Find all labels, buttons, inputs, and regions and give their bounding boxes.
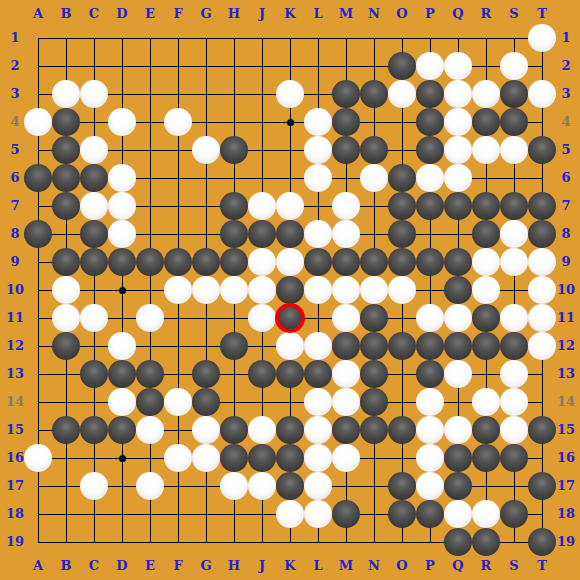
coordinate-label: F: [168, 6, 188, 22]
stone-black-M9: [332, 248, 360, 276]
coordinate-label: 9: [3, 254, 27, 270]
stone-black-P3: [416, 80, 444, 108]
stone-white-T9: [528, 248, 556, 276]
stone-white-F10: [164, 276, 192, 304]
stone-white-Q5: [444, 136, 472, 164]
coordinate-label: E: [140, 558, 160, 574]
stone-black-O17: [388, 472, 416, 500]
coordinate-label: 14: [3, 394, 27, 410]
stone-black-C8: [80, 220, 108, 248]
stone-black-H16: [220, 444, 248, 472]
stone-black-O8: [388, 220, 416, 248]
stone-white-L17: [304, 472, 332, 500]
stone-black-H5: [220, 136, 248, 164]
coordinate-label: 5: [554, 142, 578, 158]
stone-black-K13: [276, 360, 304, 388]
coordinate-label: 19: [554, 534, 578, 550]
coordinate-label: S: [504, 558, 524, 574]
stone-white-R14: [472, 388, 500, 416]
stone-white-G10: [192, 276, 220, 304]
stone-black-P12: [416, 332, 444, 360]
stone-black-E14: [136, 388, 164, 416]
coordinate-label: 7: [554, 198, 578, 214]
stone-black-B15: [52, 416, 80, 444]
stone-white-M13: [332, 360, 360, 388]
stone-white-A16: [24, 444, 52, 472]
stone-white-T3: [528, 80, 556, 108]
coordinate-label: R: [476, 6, 496, 22]
stone-white-O10: [388, 276, 416, 304]
stone-black-H8: [220, 220, 248, 248]
stone-black-C13: [80, 360, 108, 388]
stone-white-S11: [500, 304, 528, 332]
stone-white-K3: [276, 80, 304, 108]
stone-black-B12: [52, 332, 80, 360]
stone-black-K16: [276, 444, 304, 472]
stone-black-N12: [360, 332, 388, 360]
coordinate-label: E: [140, 6, 160, 22]
stone-white-R18: [472, 500, 500, 528]
stone-black-R15: [472, 416, 500, 444]
coordinate-label: C: [84, 6, 104, 22]
stone-black-P18: [416, 500, 444, 528]
stone-white-L8: [304, 220, 332, 248]
stone-white-J11: [248, 304, 276, 332]
stone-white-Q4: [444, 108, 472, 136]
stone-white-S5: [500, 136, 528, 164]
stone-black-E13: [136, 360, 164, 388]
stone-white-T11: [528, 304, 556, 332]
coordinate-label: 12: [554, 338, 578, 354]
stone-white-B11: [52, 304, 80, 332]
stone-white-Q15: [444, 416, 472, 444]
stone-white-F14: [164, 388, 192, 416]
stone-black-A6: [24, 164, 52, 192]
coordinate-label: 2: [554, 58, 578, 74]
coordinate-label: T: [532, 558, 552, 574]
stone-white-R10: [472, 276, 500, 304]
coordinate-label: R: [476, 558, 496, 574]
stone-white-L14: [304, 388, 332, 416]
stone-black-S12: [500, 332, 528, 360]
coordinate-label: 10: [3, 282, 27, 298]
stone-white-J17: [248, 472, 276, 500]
stone-black-L13: [304, 360, 332, 388]
stone-white-M10: [332, 276, 360, 304]
coordinate-label: 15: [554, 422, 578, 438]
stone-black-S4: [500, 108, 528, 136]
stone-white-B10: [52, 276, 80, 304]
stone-white-D4: [108, 108, 136, 136]
stone-black-T19: [528, 528, 556, 556]
stone-white-A4: [24, 108, 52, 136]
stone-black-D9: [108, 248, 136, 276]
coordinate-label: 18: [3, 506, 27, 522]
stone-white-C7: [80, 192, 108, 220]
stone-white-P15: [416, 416, 444, 444]
stone-white-R3: [472, 80, 500, 108]
stone-white-P16: [416, 444, 444, 472]
stone-black-R7: [472, 192, 500, 220]
stone-white-Q13: [444, 360, 472, 388]
stone-black-N5: [360, 136, 388, 164]
stone-black-K15: [276, 416, 304, 444]
stone-white-L16: [304, 444, 332, 472]
coordinate-label: 11: [554, 310, 578, 326]
coordinate-label: P: [420, 6, 440, 22]
stone-white-L6: [304, 164, 332, 192]
stone-black-R12: [472, 332, 500, 360]
coordinate-label: 16: [554, 450, 578, 466]
stone-black-E9: [136, 248, 164, 276]
stone-white-P11: [416, 304, 444, 332]
stone-black-R8: [472, 220, 500, 248]
coordinate-label: 12: [3, 338, 27, 354]
stone-white-M16: [332, 444, 360, 472]
stone-black-O7: [388, 192, 416, 220]
stone-white-S14: [500, 388, 528, 416]
stone-black-F9: [164, 248, 192, 276]
stone-black-Q9: [444, 248, 472, 276]
coordinate-label: N: [364, 558, 384, 574]
coordinate-label: A: [28, 558, 48, 574]
coordinate-label: 17: [554, 478, 578, 494]
coordinate-label: 17: [3, 478, 27, 494]
coordinate-label: K: [280, 6, 300, 22]
stone-black-S7: [500, 192, 528, 220]
stone-white-S9: [500, 248, 528, 276]
stone-white-K7: [276, 192, 304, 220]
stone-white-Q11: [444, 304, 472, 332]
star-point: [119, 287, 126, 294]
coordinate-label: L: [308, 558, 328, 574]
stone-black-P9: [416, 248, 444, 276]
stone-white-M14: [332, 388, 360, 416]
stone-white-S13: [500, 360, 528, 388]
stone-black-S18: [500, 500, 528, 528]
coordinate-label: 9: [554, 254, 578, 270]
coordinate-label: 5: [3, 142, 27, 158]
stone-black-O2: [388, 52, 416, 80]
stone-black-G13: [192, 360, 220, 388]
stone-white-R5: [472, 136, 500, 164]
stone-white-L12: [304, 332, 332, 360]
stone-black-O12: [388, 332, 416, 360]
stone-black-M15: [332, 416, 360, 444]
coordinate-label: L: [308, 6, 328, 22]
stone-white-H10: [220, 276, 248, 304]
stone-black-J8: [248, 220, 276, 248]
coordinate-label: J: [252, 6, 272, 22]
stone-black-S3: [500, 80, 528, 108]
stone-black-C15: [80, 416, 108, 444]
last-move-marker: [275, 303, 305, 333]
stone-white-P17: [416, 472, 444, 500]
stone-white-K18: [276, 500, 304, 528]
coordinate-label: 4: [554, 114, 578, 130]
stone-black-R16: [472, 444, 500, 472]
stone-white-D7: [108, 192, 136, 220]
stone-black-T17: [528, 472, 556, 500]
stone-black-K10: [276, 276, 304, 304]
stone-white-J10: [248, 276, 276, 304]
stone-black-M3: [332, 80, 360, 108]
stone-white-C5: [80, 136, 108, 164]
stone-black-C9: [80, 248, 108, 276]
coordinate-label: A: [28, 6, 48, 22]
stone-black-O15: [388, 416, 416, 444]
coordinate-label: G: [196, 558, 216, 574]
stone-black-O9: [388, 248, 416, 276]
stone-white-N6: [360, 164, 388, 192]
stone-white-C17: [80, 472, 108, 500]
stone-black-N9: [360, 248, 388, 276]
stone-black-P13: [416, 360, 444, 388]
stone-white-D6: [108, 164, 136, 192]
stone-white-S15: [500, 416, 528, 444]
stone-white-L10: [304, 276, 332, 304]
stone-white-Q6: [444, 164, 472, 192]
stone-black-R11: [472, 304, 500, 332]
stone-white-Q2: [444, 52, 472, 80]
stone-black-Q10: [444, 276, 472, 304]
coordinate-label: 11: [3, 310, 27, 326]
stone-white-F4: [164, 108, 192, 136]
coordinate-label: 2: [3, 58, 27, 74]
coordinate-label: D: [112, 6, 132, 22]
coordinate-label: K: [280, 558, 300, 574]
stone-white-M7: [332, 192, 360, 220]
stone-black-T8: [528, 220, 556, 248]
coordinate-label: 6: [554, 170, 578, 186]
coordinate-label: Q: [448, 558, 468, 574]
stone-white-P6: [416, 164, 444, 192]
stone-white-N10: [360, 276, 388, 304]
stone-white-T1: [528, 24, 556, 52]
stone-black-H9: [220, 248, 248, 276]
coordinate-label: 15: [3, 422, 27, 438]
star-point: [119, 455, 126, 462]
stone-white-L15: [304, 416, 332, 444]
stone-black-N14: [360, 388, 388, 416]
stone-black-P4: [416, 108, 444, 136]
stone-white-O3: [388, 80, 416, 108]
stone-black-N11: [360, 304, 388, 332]
stone-black-T15: [528, 416, 556, 444]
coordinate-label: N: [364, 6, 384, 22]
stone-black-Q12: [444, 332, 472, 360]
stone-white-G16: [192, 444, 220, 472]
stone-white-L18: [304, 500, 332, 528]
coordinate-label: 13: [554, 366, 578, 382]
stone-black-K17: [276, 472, 304, 500]
coordinate-label: O: [392, 558, 412, 574]
stone-black-A8: [24, 220, 52, 248]
stone-white-G5: [192, 136, 220, 164]
coordinate-label: 10: [554, 282, 578, 298]
coordinate-label: Q: [448, 6, 468, 22]
star-point: [287, 119, 294, 126]
stone-white-E15: [136, 416, 164, 444]
stone-black-C6: [80, 164, 108, 192]
stone-white-G15: [192, 416, 220, 444]
stone-black-J13: [248, 360, 276, 388]
stone-black-M12: [332, 332, 360, 360]
stone-black-R19: [472, 528, 500, 556]
coordinate-label: D: [112, 558, 132, 574]
stone-black-D15: [108, 416, 136, 444]
stone-white-K9: [276, 248, 304, 276]
coordinate-label: 18: [554, 506, 578, 522]
stone-black-B5: [52, 136, 80, 164]
stone-black-L9: [304, 248, 332, 276]
stone-black-S16: [500, 444, 528, 472]
stone-white-L4: [304, 108, 332, 136]
stone-black-T7: [528, 192, 556, 220]
coordinate-label: 8: [554, 226, 578, 242]
coordinate-label: 3: [3, 86, 27, 102]
stone-black-B9: [52, 248, 80, 276]
stone-white-D12: [108, 332, 136, 360]
stone-white-F16: [164, 444, 192, 472]
coordinate-label: M: [336, 6, 356, 22]
stone-white-E17: [136, 472, 164, 500]
stone-black-Q16: [444, 444, 472, 472]
stone-black-P5: [416, 136, 444, 164]
stone-white-H17: [220, 472, 248, 500]
stone-black-G9: [192, 248, 220, 276]
coordinate-label: 3: [554, 86, 578, 102]
stone-black-M18: [332, 500, 360, 528]
stone-white-R9: [472, 248, 500, 276]
stone-white-C3: [80, 80, 108, 108]
stone-white-L5: [304, 136, 332, 164]
stone-black-G14: [192, 388, 220, 416]
stone-black-O18: [388, 500, 416, 528]
stone-white-Q18: [444, 500, 472, 528]
stone-white-D8: [108, 220, 136, 248]
stone-black-T5: [528, 136, 556, 164]
coordinate-label: 14: [554, 394, 578, 410]
stone-white-Q3: [444, 80, 472, 108]
stone-black-B7: [52, 192, 80, 220]
coordinate-label: O: [392, 6, 412, 22]
coordinate-label: P: [420, 558, 440, 574]
go-board[interactable]: AABBCCDDEEFFGGHHJJKKLLMMNNOOPPQQRRSSTT11…: [0, 0, 580, 580]
stone-black-R4: [472, 108, 500, 136]
coordinate-label: H: [224, 558, 244, 574]
coordinate-label: 1: [554, 30, 578, 46]
stone-white-J15: [248, 416, 276, 444]
coordinate-label: B: [56, 6, 76, 22]
stone-white-C11: [80, 304, 108, 332]
stone-white-D14: [108, 388, 136, 416]
stone-black-J16: [248, 444, 276, 472]
stone-white-M8: [332, 220, 360, 248]
stone-white-J9: [248, 248, 276, 276]
coordinate-label: 1: [3, 30, 27, 46]
stone-black-Q7: [444, 192, 472, 220]
stone-black-H7: [220, 192, 248, 220]
stone-white-K12: [276, 332, 304, 360]
stone-white-E11: [136, 304, 164, 332]
stone-black-P7: [416, 192, 444, 220]
coordinate-label: T: [532, 6, 552, 22]
stone-black-M4: [332, 108, 360, 136]
coordinate-label: H: [224, 6, 244, 22]
stone-white-P2: [416, 52, 444, 80]
stone-black-N3: [360, 80, 388, 108]
coordinate-label: S: [504, 6, 524, 22]
coordinate-label: M: [336, 558, 356, 574]
stone-white-T12: [528, 332, 556, 360]
coordinate-label: F: [168, 558, 188, 574]
coordinate-label: 7: [3, 198, 27, 214]
coordinate-label: 19: [3, 534, 27, 550]
stone-white-S2: [500, 52, 528, 80]
stone-black-N15: [360, 416, 388, 444]
stone-white-P14: [416, 388, 444, 416]
stone-white-T10: [528, 276, 556, 304]
coordinate-label: B: [56, 558, 76, 574]
stone-white-S8: [500, 220, 528, 248]
stone-black-B6: [52, 164, 80, 192]
stone-black-Q19: [444, 528, 472, 556]
stone-black-B4: [52, 108, 80, 136]
stone-black-M5: [332, 136, 360, 164]
stone-black-Q17: [444, 472, 472, 500]
coordinate-label: 13: [3, 366, 27, 382]
stone-white-M11: [332, 304, 360, 332]
stone-black-H15: [220, 416, 248, 444]
stone-black-O6: [388, 164, 416, 192]
stone-black-D13: [108, 360, 136, 388]
coordinate-label: G: [196, 6, 216, 22]
stone-black-K8: [276, 220, 304, 248]
stone-white-J7: [248, 192, 276, 220]
stone-black-N13: [360, 360, 388, 388]
coordinate-label: J: [252, 558, 272, 574]
coordinate-label: C: [84, 558, 104, 574]
stone-black-H12: [220, 332, 248, 360]
stone-white-B3: [52, 80, 80, 108]
